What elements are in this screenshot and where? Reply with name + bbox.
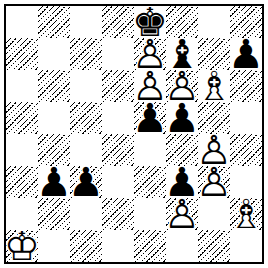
square-a5[interactable] <box>6 102 38 134</box>
piece-black-bishop: ♝ <box>164 34 200 74</box>
chess-board: ♚♚♟♙♝♝♟♟♟♙♟♙♝♗♟♟♟♟♟♙♟♟♟♟♟♟♟♙♟♙♝♗♚♔ <box>6 6 262 262</box>
black-pawn-silhouette: ♟ <box>164 98 200 138</box>
square-a4[interactable] <box>6 134 38 166</box>
square-d8[interactable] <box>102 6 134 38</box>
piece-white-pawn: ♙ <box>132 34 168 74</box>
white-pawn-silhouette: ♟ <box>132 66 168 106</box>
square-c4[interactable] <box>70 134 102 166</box>
square-h4[interactable] <box>230 134 262 166</box>
square-a8[interactable] <box>6 6 38 38</box>
square-c1[interactable] <box>70 230 102 262</box>
square-d1[interactable] <box>102 230 134 262</box>
square-f4[interactable] <box>166 134 198 166</box>
piece-black-pawn: ♟ <box>36 162 72 202</box>
square-g1[interactable] <box>198 230 230 262</box>
black-bishop-silhouette: ♝ <box>164 34 200 74</box>
square-h1[interactable] <box>230 230 262 262</box>
piece-black-king: ♚ <box>132 2 168 42</box>
white-pawn-silhouette: ♟ <box>164 194 200 234</box>
square-f5[interactable]: ♟♟ <box>166 102 198 134</box>
piece-white-bishop: ♗ <box>228 194 264 234</box>
square-f1[interactable] <box>166 230 198 262</box>
piece-white-pawn: ♙ <box>164 194 200 234</box>
piece-white-pawn: ♙ <box>196 162 232 202</box>
square-g7[interactable] <box>198 38 230 70</box>
square-e6[interactable]: ♟♙ <box>134 70 166 102</box>
square-b2[interactable] <box>38 198 70 230</box>
piece-black-pawn: ♟ <box>132 98 168 138</box>
black-pawn-silhouette: ♟ <box>228 34 264 74</box>
square-d3[interactable] <box>102 166 134 198</box>
square-h2[interactable]: ♝♗ <box>230 198 262 230</box>
white-bishop-silhouette: ♝ <box>196 66 232 106</box>
square-b7[interactable] <box>38 38 70 70</box>
square-d4[interactable] <box>102 134 134 166</box>
white-king-silhouette: ♚ <box>4 226 40 266</box>
square-a6[interactable] <box>6 70 38 102</box>
chess-board-diagram: ♚♚♟♙♝♝♟♟♟♙♟♙♝♗♟♟♟♟♟♙♟♟♟♟♟♟♟♙♟♙♝♗♚♔ <box>0 0 268 268</box>
piece-white-bishop: ♗ <box>196 66 232 106</box>
piece-black-pawn: ♟ <box>164 98 200 138</box>
square-g6[interactable]: ♝♗ <box>198 70 230 102</box>
board-frame: ♚♚♟♙♝♝♟♟♟♙♟♙♝♗♟♟♟♟♟♙♟♟♟♟♟♟♟♙♟♙♝♗♚♔ <box>4 4 264 264</box>
square-f2[interactable]: ♟♙ <box>166 198 198 230</box>
square-h6[interactable] <box>230 70 262 102</box>
piece-black-pawn: ♟ <box>68 162 104 202</box>
square-e2[interactable] <box>134 198 166 230</box>
square-c3[interactable]: ♟♟ <box>70 166 102 198</box>
square-e8[interactable]: ♚♚ <box>134 6 166 38</box>
black-pawn-silhouette: ♟ <box>36 162 72 202</box>
square-g3[interactable]: ♟♙ <box>198 166 230 198</box>
square-h3[interactable] <box>230 166 262 198</box>
black-pawn-silhouette: ♟ <box>164 162 200 202</box>
square-e4[interactable] <box>134 134 166 166</box>
black-pawn-silhouette: ♟ <box>68 162 104 202</box>
piece-black-pawn: ♟ <box>164 162 200 202</box>
square-d5[interactable] <box>102 102 134 134</box>
square-a3[interactable] <box>6 166 38 198</box>
square-e7[interactable]: ♟♙ <box>134 38 166 70</box>
square-b3[interactable]: ♟♟ <box>38 166 70 198</box>
square-d6[interactable] <box>102 70 134 102</box>
square-c8[interactable] <box>70 6 102 38</box>
square-h7[interactable]: ♟♟ <box>230 38 262 70</box>
piece-white-pawn: ♙ <box>164 66 200 106</box>
black-pawn-silhouette: ♟ <box>132 98 168 138</box>
square-a7[interactable] <box>6 38 38 70</box>
white-pawn-silhouette: ♟ <box>196 130 232 170</box>
white-pawn-silhouette: ♟ <box>132 34 168 74</box>
square-f8[interactable] <box>166 6 198 38</box>
white-bishop-silhouette: ♝ <box>228 194 264 234</box>
square-h5[interactable] <box>230 102 262 134</box>
square-e3[interactable] <box>134 166 166 198</box>
square-e5[interactable]: ♟♟ <box>134 102 166 134</box>
square-c6[interactable] <box>70 70 102 102</box>
square-b1[interactable] <box>38 230 70 262</box>
square-c2[interactable] <box>70 198 102 230</box>
square-b4[interactable] <box>38 134 70 166</box>
square-d2[interactable] <box>102 198 134 230</box>
white-pawn-silhouette: ♟ <box>164 66 200 106</box>
square-d7[interactable] <box>102 38 134 70</box>
square-b5[interactable] <box>38 102 70 134</box>
square-f3[interactable]: ♟♟ <box>166 166 198 198</box>
square-f7[interactable]: ♝♝ <box>166 38 198 70</box>
square-b8[interactable] <box>38 6 70 38</box>
square-g8[interactable] <box>198 6 230 38</box>
square-a2[interactable] <box>6 198 38 230</box>
square-f6[interactable]: ♟♙ <box>166 70 198 102</box>
square-g2[interactable] <box>198 198 230 230</box>
white-pawn-silhouette: ♟ <box>196 162 232 202</box>
piece-white-pawn: ♙ <box>132 66 168 106</box>
square-h8[interactable] <box>230 6 262 38</box>
square-b6[interactable] <box>38 70 70 102</box>
piece-white-pawn: ♙ <box>196 130 232 170</box>
square-c7[interactable] <box>70 38 102 70</box>
piece-white-king: ♔ <box>4 226 40 266</box>
piece-black-pawn: ♟ <box>228 34 264 74</box>
square-g5[interactable] <box>198 102 230 134</box>
square-e1[interactable] <box>134 230 166 262</box>
square-a1[interactable]: ♚♔ <box>6 230 38 262</box>
black-king-silhouette: ♚ <box>132 2 168 42</box>
square-g4[interactable]: ♟♙ <box>198 134 230 166</box>
square-c5[interactable] <box>70 102 102 134</box>
